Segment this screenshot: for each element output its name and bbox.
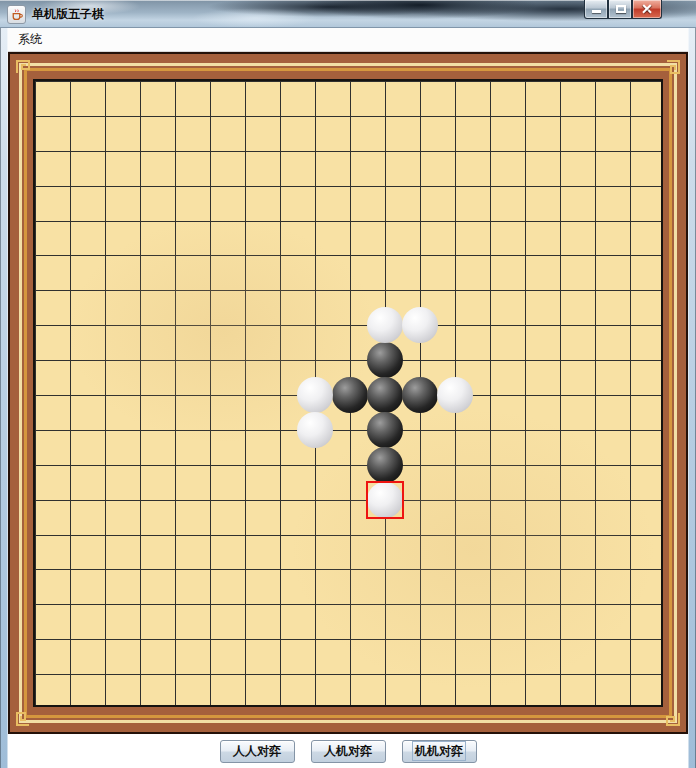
black-stone: ● bbox=[367, 447, 403, 483]
app-window: 单机版五子棋 系统 ●●●●●●○○○○○○ bbox=[0, 0, 696, 768]
white-stone: ○ bbox=[367, 307, 403, 343]
minimize-icon bbox=[592, 10, 601, 13]
menubar: 系统 bbox=[8, 28, 688, 52]
menu-item-system[interactable]: 系统 bbox=[8, 29, 52, 50]
titlebar[interactable]: 单机版五子棋 bbox=[0, 0, 696, 28]
close-button[interactable] bbox=[632, 0, 662, 19]
corner-ornament-icon bbox=[15, 59, 31, 75]
black-stone: ● bbox=[367, 342, 403, 378]
white-stone: ○ bbox=[402, 307, 438, 343]
black-stone: ● bbox=[367, 412, 403, 448]
window-border-right bbox=[688, 28, 696, 768]
button-machine-vs-machine[interactable]: 机机对弈 bbox=[402, 740, 477, 763]
white-stone: ○ bbox=[437, 377, 473, 413]
button-human-vs-human[interactable]: 人人对弈 bbox=[220, 740, 295, 763]
corner-ornament-icon bbox=[665, 711, 681, 727]
board-frame: ●●●●●●○○○○○○ bbox=[8, 52, 688, 734]
content-pane: ●●●●●●○○○○○○ 人人对弈 人机对弈 机机对弈 bbox=[8, 52, 688, 768]
button-label: 人机对弈 bbox=[324, 744, 372, 758]
game-mode-buttons: 人人对弈 人机对弈 机机对弈 bbox=[8, 740, 688, 763]
java-coffee-cup-icon bbox=[7, 5, 26, 24]
button-label: 机机对弈 bbox=[415, 744, 463, 758]
black-stone: ● bbox=[367, 377, 403, 413]
window-title: 单机版五子棋 bbox=[32, 6, 104, 23]
button-label: 人人对弈 bbox=[233, 744, 281, 758]
board[interactable]: ●●●●●●○○○○○○ bbox=[33, 79, 663, 707]
window-border-left bbox=[0, 28, 8, 768]
maximize-button[interactable] bbox=[608, 0, 632, 19]
black-stone: ● bbox=[332, 377, 368, 413]
black-stone: ● bbox=[402, 377, 438, 413]
maximize-icon bbox=[616, 5, 626, 13]
close-icon bbox=[633, 0, 661, 18]
white-stone: ○ bbox=[297, 412, 333, 448]
corner-ornament-icon bbox=[15, 711, 31, 727]
last-move-marker bbox=[366, 481, 404, 519]
white-stone: ○ bbox=[297, 377, 333, 413]
window-controls bbox=[584, 0, 662, 19]
minimize-button[interactable] bbox=[584, 0, 608, 19]
corner-ornament-icon bbox=[665, 59, 681, 75]
button-human-vs-machine[interactable]: 人机对弈 bbox=[311, 740, 386, 763]
